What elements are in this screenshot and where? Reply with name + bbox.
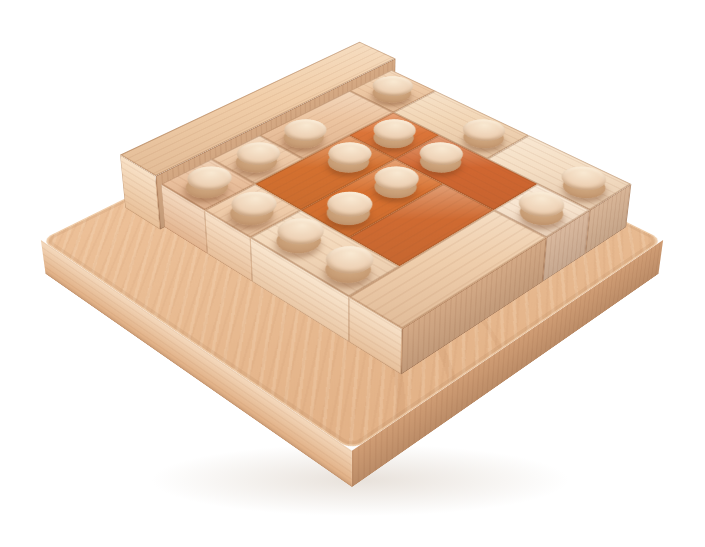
peg[interactable]: [364, 77, 421, 105]
peg[interactable]: [410, 143, 471, 175]
peg[interactable]: [317, 193, 381, 229]
peg[interactable]: [510, 193, 574, 229]
peg[interactable]: [319, 143, 380, 175]
peg[interactable]: [315, 247, 383, 286]
peg[interactable]: [553, 167, 616, 201]
peg[interactable]: [267, 219, 333, 257]
peg[interactable]: [364, 120, 424, 151]
puzzle-board: [41, 87, 663, 451]
product-photo-scene: [0, 0, 705, 547]
peg[interactable]: [365, 167, 428, 201]
